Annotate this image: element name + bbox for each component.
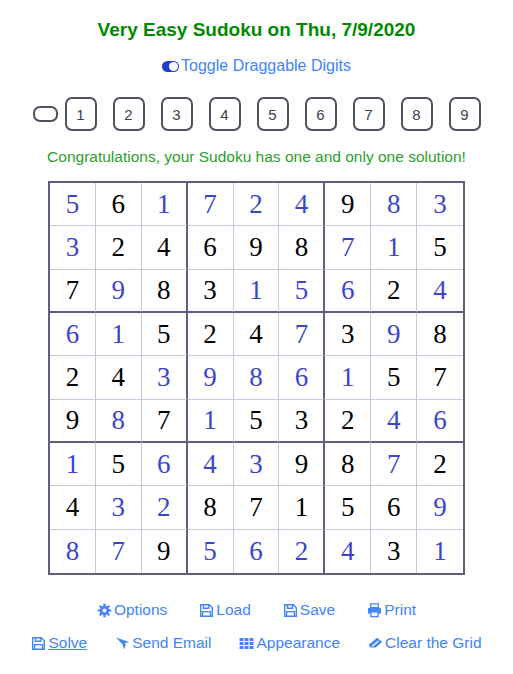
- sudoku-cell-r4c4[interactable]: 2: [188, 313, 234, 356]
- eraser-icon: [368, 636, 383, 651]
- floppy-icon: [31, 636, 46, 651]
- sudoku-cell-r4c8[interactable]: 9: [371, 313, 417, 356]
- save-button[interactable]: Save: [283, 601, 335, 619]
- sudoku-cell-r2c3[interactable]: 4: [142, 226, 188, 269]
- printer-icon: [367, 603, 382, 618]
- sudoku-cell-r2c6[interactable]: 8: [279, 226, 325, 269]
- sudoku-cell-r8c9[interactable]: 9: [417, 486, 463, 529]
- sudoku-cell-r9c3[interactable]: 9: [142, 530, 188, 573]
- page-title: Very Easy Sudoku on Thu, 7/9/2020: [0, 20, 513, 40]
- sudoku-cell-r4c9[interactable]: 8: [417, 313, 463, 356]
- sudoku-cell-r5c8[interactable]: 5: [371, 356, 417, 399]
- sudoku-cell-r9c6[interactable]: 2: [279, 530, 325, 573]
- digit-button-5[interactable]: 5: [257, 97, 289, 131]
- sudoku-cell-r7c3[interactable]: 6: [142, 443, 188, 486]
- sudoku-cell-r8c8[interactable]: 6: [371, 486, 417, 529]
- sudoku-cell-r7c6[interactable]: 9: [279, 443, 325, 486]
- blank-digit-button[interactable]: [33, 106, 58, 122]
- sudoku-cell-r4c6[interactable]: 7: [279, 313, 325, 356]
- sudoku-cell-r1c1[interactable]: 5: [50, 183, 96, 226]
- sudoku-cell-r5c3[interactable]: 3: [142, 356, 188, 399]
- sudoku-cell-r8c2[interactable]: 3: [96, 486, 142, 529]
- sudoku-cell-r8c5[interactable]: 7: [234, 486, 280, 529]
- sudoku-cell-r6c8[interactable]: 4: [371, 400, 417, 443]
- sudoku-cell-r5c4[interactable]: 9: [188, 356, 234, 399]
- sudoku-cell-r4c3[interactable]: 5: [142, 313, 188, 356]
- sudoku-cell-r6c4[interactable]: 1: [188, 400, 234, 443]
- status-message: Congratulations, your Sudoku has one and…: [0, 148, 513, 166]
- sudoku-cell-r9c8[interactable]: 3: [371, 530, 417, 573]
- sudoku-cell-r5c2[interactable]: 4: [96, 356, 142, 399]
- sudoku-cell-r7c2[interactable]: 5: [96, 443, 142, 486]
- sudoku-cell-r1c2[interactable]: 6: [96, 183, 142, 226]
- sudoku-cell-r1c7[interactable]: 9: [325, 183, 371, 226]
- floppy-icon: [199, 603, 214, 618]
- sudoku-cell-r9c9[interactable]: 1: [417, 530, 463, 573]
- sudoku-cell-r2c2[interactable]: 2: [96, 226, 142, 269]
- clear-grid-button[interactable]: Clear the Grid: [368, 634, 481, 652]
- sudoku-cell-r2c1[interactable]: 3: [50, 226, 96, 269]
- sudoku-cell-r4c5[interactable]: 4: [234, 313, 280, 356]
- send-email-button[interactable]: Send Email: [115, 634, 211, 652]
- sudoku-cell-r5c1[interactable]: 2: [50, 356, 96, 399]
- sudoku-cell-r2c7[interactable]: 7: [325, 226, 371, 269]
- sudoku-cell-r3c1[interactable]: 7: [50, 270, 96, 313]
- toggle-label[interactable]: Toggle Draggable Digits: [181, 57, 351, 75]
- options-button[interactable]: Options: [97, 601, 167, 619]
- load-button[interactable]: Load: [199, 601, 250, 619]
- sudoku-cell-r3c5[interactable]: 1: [234, 270, 280, 313]
- sudoku-cell-r8c1[interactable]: 4: [50, 486, 96, 529]
- digit-button-7[interactable]: 7: [353, 97, 385, 131]
- sudoku-cell-r6c1[interactable]: 9: [50, 400, 96, 443]
- sudoku-cell-r2c5[interactable]: 9: [234, 226, 280, 269]
- sudoku-cell-r8c3[interactable]: 2: [142, 486, 188, 529]
- sudoku-cell-r6c7[interactable]: 2: [325, 400, 371, 443]
- toolbar-row-1: Options Load Save Print: [0, 601, 513, 619]
- sudoku-cell-r1c4[interactable]: 7: [188, 183, 234, 226]
- sudoku-cell-r3c6[interactable]: 5: [279, 270, 325, 313]
- sudoku-cell-r9c4[interactable]: 5: [188, 530, 234, 573]
- digit-button-8[interactable]: 8: [401, 97, 433, 131]
- toggle-draggable-digits[interactable]: Toggle Draggable Digits: [0, 57, 513, 75]
- sudoku-cell-r1c3[interactable]: 1: [142, 183, 188, 226]
- paper-plane-icon: [115, 636, 130, 651]
- sudoku-cell-r5c7[interactable]: 1: [325, 356, 371, 399]
- sudoku-cell-r5c6[interactable]: 6: [279, 356, 325, 399]
- sudoku-cell-r9c5[interactable]: 6: [234, 530, 280, 573]
- sudoku-cell-r2c8[interactable]: 1: [371, 226, 417, 269]
- sudoku-board: 5617249833246987157983156246152473982439…: [48, 181, 465, 575]
- sudoku-cell-r7c1[interactable]: 1: [50, 443, 96, 486]
- sudoku-cell-r3c9[interactable]: 4: [417, 270, 463, 313]
- sudoku-cell-r9c7[interactable]: 4: [325, 530, 371, 573]
- gear-icon: [97, 603, 112, 618]
- sudoku-cell-r3c2[interactable]: 9: [96, 270, 142, 313]
- floppy-icon: [283, 603, 298, 618]
- sudoku-cell-r7c4[interactable]: 4: [188, 443, 234, 486]
- toolbar-row-2: Solve Send Email Appearance Clear the Gr…: [0, 634, 513, 652]
- sudoku-cell-r3c4[interactable]: 3: [188, 270, 234, 313]
- digit-button-4[interactable]: 4: [209, 97, 241, 131]
- sudoku-page: Very Easy Sudoku on Thu, 7/9/2020 Toggle…: [0, 0, 513, 674]
- print-button[interactable]: Print: [367, 601, 416, 619]
- sudoku-cell-r3c8[interactable]: 2: [371, 270, 417, 313]
- sudoku-cell-r3c3[interactable]: 8: [142, 270, 188, 313]
- sudoku-cell-r7c5[interactable]: 3: [234, 443, 280, 486]
- appearance-button[interactable]: Appearance: [239, 634, 340, 652]
- digit-button-3[interactable]: 3: [161, 97, 193, 131]
- sudoku-cell-r7c7[interactable]: 8: [325, 443, 371, 486]
- sudoku-cell-r9c2[interactable]: 7: [96, 530, 142, 573]
- sudoku-cell-r4c1[interactable]: 6: [50, 313, 96, 356]
- toggle-on-icon[interactable]: [162, 61, 179, 72]
- sudoku-cell-r2c9[interactable]: 5: [417, 226, 463, 269]
- sudoku-cell-r1c8[interactable]: 8: [371, 183, 417, 226]
- sudoku-cell-r7c8[interactable]: 7: [371, 443, 417, 486]
- sudoku-cell-r8c4[interactable]: 8: [188, 486, 234, 529]
- sudoku-cell-r3c7[interactable]: 6: [325, 270, 371, 313]
- sudoku-cell-r5c5[interactable]: 8: [234, 356, 280, 399]
- sudoku-cell-r2c4[interactable]: 6: [188, 226, 234, 269]
- sudoku-cell-r6c6[interactable]: 3: [279, 400, 325, 443]
- sudoku-cell-r5c9[interactable]: 7: [417, 356, 463, 399]
- sudoku-cell-r1c6[interactable]: 4: [279, 183, 325, 226]
- sudoku-cell-r4c7[interactable]: 3: [325, 313, 371, 356]
- digit-button-9[interactable]: 9: [449, 97, 481, 131]
- sudoku-cell-r1c5[interactable]: 2: [234, 183, 280, 226]
- sudoku-cell-r6c2[interactable]: 8: [96, 400, 142, 443]
- sudoku-cell-r1c9[interactable]: 3: [417, 183, 463, 226]
- sudoku-cell-r8c7[interactable]: 5: [325, 486, 371, 529]
- sudoku-cell-r4c2[interactable]: 1: [96, 313, 142, 356]
- sudoku-cell-r9c1[interactable]: 8: [50, 530, 96, 573]
- sudoku-cell-r8c6[interactable]: 1: [279, 486, 325, 529]
- digit-button-6[interactable]: 6: [305, 97, 337, 131]
- grid-icon: [239, 636, 254, 651]
- digit-button-2[interactable]: 2: [113, 97, 145, 131]
- sudoku-cell-r6c3[interactable]: 7: [142, 400, 188, 443]
- digit-palette: 1 2 3 4 5 6 7 8 9: [0, 97, 513, 131]
- sudoku-cell-r6c5[interactable]: 5: [234, 400, 280, 443]
- solve-button[interactable]: Solve: [31, 634, 87, 652]
- sudoku-cell-r6c9[interactable]: 6: [417, 400, 463, 443]
- digit-button-1[interactable]: 1: [65, 97, 97, 131]
- sudoku-cell-r7c9[interactable]: 2: [417, 443, 463, 486]
